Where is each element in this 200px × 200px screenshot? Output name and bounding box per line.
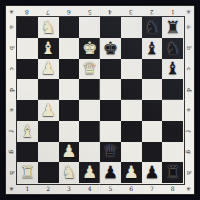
- rank-label-bottom: 3: [67, 186, 71, 192]
- square-b4[interactable]: ♚: [79, 38, 100, 59]
- rank-label-bottom: 8: [171, 186, 175, 192]
- square-d3[interactable]: [59, 79, 80, 100]
- corner-star: ✳: [183, 183, 194, 194]
- border-cell: d: [183, 79, 194, 100]
- file-label-left: d: [9, 88, 15, 92]
- border-cell: 7: [38, 6, 59, 17]
- rank-label-top: 5: [88, 9, 92, 15]
- square-g1[interactable]: [17, 142, 38, 163]
- square-a5[interactable]: [100, 17, 121, 38]
- square-b5[interactable]: ♚: [100, 38, 121, 59]
- square-a1[interactable]: [17, 17, 38, 38]
- black-king: ♚: [103, 40, 118, 57]
- square-g2[interactable]: [38, 142, 59, 163]
- border-cell: g: [6, 142, 17, 163]
- square-h2[interactable]: [38, 162, 59, 183]
- corner-star: ✳: [6, 6, 17, 17]
- border-cell: e: [6, 100, 17, 121]
- square-f2[interactable]: [38, 121, 59, 142]
- rank-label-bottom: 5: [108, 186, 112, 192]
- square-f1[interactable]: ♝: [17, 121, 38, 142]
- border-cell: f: [6, 121, 17, 142]
- black-knight: ♞: [165, 40, 180, 57]
- square-b6[interactable]: [121, 38, 142, 59]
- rank-label-top: 4: [108, 9, 112, 15]
- square-h4[interactable]: ♟: [79, 162, 100, 183]
- file-label-right: d: [186, 88, 192, 92]
- square-a3[interactable]: [59, 17, 80, 38]
- square-d4[interactable]: [79, 79, 100, 100]
- border-cell: h: [183, 162, 194, 183]
- black-bishop: ♝: [144, 40, 159, 57]
- square-a2[interactable]: ♞: [38, 17, 59, 38]
- board-fold-seam-horizontal: [6, 99, 194, 100]
- white-knight: ♞: [41, 19, 56, 36]
- file-label-left: a: [8, 26, 14, 30]
- square-a8[interactable]: ♜: [162, 17, 183, 38]
- white-bishop: ♝: [41, 40, 56, 57]
- border-cell: b: [6, 38, 17, 59]
- square-c8[interactable]: ♝: [162, 59, 183, 80]
- square-e7[interactable]: [142, 100, 163, 121]
- square-h5[interactable]: ♟: [100, 162, 121, 183]
- white-pawn: ♟: [41, 60, 56, 77]
- white-rook: ♜: [20, 164, 35, 181]
- border-cell: 4: [79, 183, 100, 194]
- square-d1[interactable]: [17, 79, 38, 100]
- black-rook: ♜: [165, 164, 180, 181]
- border-cell: g: [183, 142, 194, 163]
- square-f8[interactable]: [162, 121, 183, 142]
- border-cell: 2: [142, 6, 163, 17]
- rank-label-bottom: 7: [150, 186, 154, 192]
- square-d2[interactable]: [38, 79, 59, 100]
- file-label-right: a: [185, 26, 191, 30]
- black-rook: ♜: [165, 19, 180, 36]
- border-cell: 4: [100, 6, 121, 17]
- file-label-right: f: [185, 130, 191, 132]
- square-e2[interactable]: ♟: [38, 100, 59, 121]
- file-label-right: c: [186, 67, 192, 70]
- corner-star: ✳: [6, 183, 17, 194]
- file-label-right: b: [186, 46, 192, 50]
- border-cell: d: [6, 79, 17, 100]
- file-label-left: c: [9, 67, 15, 70]
- file-label-left: h: [9, 171, 15, 175]
- white-pawn: ♟: [61, 143, 76, 160]
- black-pawn: ♟: [103, 164, 118, 181]
- square-c7[interactable]: [142, 59, 163, 80]
- white-king: ♚: [82, 40, 97, 57]
- border-cell: 8: [162, 183, 183, 194]
- file-label-left: e: [9, 109, 15, 113]
- square-f7[interactable]: [142, 121, 163, 142]
- square-d8[interactable]: [162, 79, 183, 100]
- square-f3[interactable]: [59, 121, 80, 142]
- square-g4[interactable]: [79, 142, 100, 163]
- white-knight: ♞: [61, 164, 76, 181]
- rank-label-top: 3: [129, 9, 133, 15]
- white-pawn: ♟: [82, 164, 97, 181]
- border-cell: c: [183, 59, 194, 80]
- square-e8[interactable]: [162, 100, 183, 121]
- square-g3[interactable]: ♟: [59, 142, 80, 163]
- rank-label-top: 2: [150, 9, 154, 15]
- border-cell: 3: [59, 183, 80, 194]
- rank-label-bottom: 2: [46, 186, 50, 192]
- rank-label-bottom: 6: [129, 186, 133, 192]
- square-h3[interactable]: ♞: [59, 162, 80, 183]
- border-cell: a: [6, 17, 17, 38]
- square-e1[interactable]: [17, 100, 38, 121]
- chess-board: ✳87654321✳a♞♞♜ab♝♚♚♝♞bc♟♛♝cdde♟ef♝fg♟♛gh…: [6, 6, 194, 194]
- border-cell: f: [183, 121, 194, 142]
- square-c4[interactable]: ♛: [79, 59, 100, 80]
- square-f6[interactable]: [121, 121, 142, 142]
- border-cell: c: [6, 59, 17, 80]
- square-e5[interactable]: [100, 100, 121, 121]
- board-fold-seam-vertical: [99, 6, 100, 194]
- border-cell: b: [183, 38, 194, 59]
- photo-background: ✳87654321✳a♞♞♜ab♝♚♚♝♞bc♟♛♝cdde♟ef♝fg♟♛gh…: [0, 0, 200, 200]
- square-h8[interactable]: ♜: [162, 162, 183, 183]
- square-h7[interactable]: ♟: [142, 162, 163, 183]
- rank-label-top: 7: [46, 9, 50, 15]
- square-f4[interactable]: [79, 121, 100, 142]
- square-g7[interactable]: [142, 142, 163, 163]
- square-c6[interactable]: [121, 59, 142, 80]
- corner-star: ✳: [183, 6, 194, 17]
- square-h1[interactable]: ♜: [17, 162, 38, 183]
- border-cell: 2: [38, 183, 59, 194]
- file-label-right: h: [186, 171, 192, 175]
- square-e6[interactable]: [121, 100, 142, 121]
- rank-label-bottom: 1: [25, 186, 29, 192]
- square-g8[interactable]: [162, 142, 183, 163]
- square-d6[interactable]: [121, 79, 142, 100]
- black-queen: ♛: [103, 143, 118, 160]
- square-d5[interactable]: [100, 79, 121, 100]
- square-c3[interactable]: [59, 59, 80, 80]
- rank-label-top: 8: [25, 9, 29, 15]
- border-cell: a: [183, 17, 194, 38]
- square-d7[interactable]: [142, 79, 163, 100]
- square-b1[interactable]: [17, 38, 38, 59]
- black-knight: ♞: [144, 19, 159, 36]
- square-a7[interactable]: ♞: [142, 17, 163, 38]
- square-b3[interactable]: [59, 38, 80, 59]
- rank-label-top: 1: [171, 9, 175, 15]
- border-cell: 6: [59, 6, 80, 17]
- square-f5[interactable]: [100, 121, 121, 142]
- square-e4[interactable]: [79, 100, 100, 121]
- border-cell: 1: [17, 183, 38, 194]
- white-pawn: ♟: [41, 102, 56, 119]
- file-label-right: e: [186, 109, 192, 113]
- square-c1[interactable]: [17, 59, 38, 80]
- square-e3[interactable]: [59, 100, 80, 121]
- square-a4[interactable]: [79, 17, 100, 38]
- border-cell: 3: [121, 6, 142, 17]
- square-b8[interactable]: ♞: [162, 38, 183, 59]
- square-b2[interactable]: ♝: [38, 38, 59, 59]
- square-g5[interactable]: ♛: [100, 142, 121, 163]
- file-label-left: f: [8, 130, 14, 132]
- square-a6[interactable]: [121, 17, 142, 38]
- border-cell: 7: [142, 183, 163, 194]
- border-cell: 1: [162, 6, 183, 17]
- border-cell: 5: [79, 6, 100, 17]
- square-c2[interactable]: ♟: [38, 59, 59, 80]
- black-pawn: ♟: [144, 164, 159, 181]
- border-cell: 5: [100, 183, 121, 194]
- border-cell: 6: [121, 183, 142, 194]
- square-c5[interactable]: [100, 59, 121, 80]
- rank-label-bottom: 4: [88, 186, 92, 192]
- file-label-left: g: [9, 150, 15, 154]
- square-h6[interactable]: ♟: [121, 162, 142, 183]
- file-label-right: g: [186, 150, 192, 154]
- file-label-left: b: [9, 46, 15, 50]
- border-cell: h: [6, 162, 17, 183]
- white-queen: ♛: [82, 60, 97, 77]
- square-b7[interactable]: ♝: [142, 38, 163, 59]
- border-cell: 8: [17, 6, 38, 17]
- white-pawn: ♟: [124, 164, 139, 181]
- white-bishop: ♝: [20, 123, 35, 140]
- rank-label-top: 6: [67, 9, 71, 15]
- border-cell: e: [183, 100, 194, 121]
- square-g6[interactable]: [121, 142, 142, 163]
- black-bishop: ♝: [165, 60, 180, 77]
